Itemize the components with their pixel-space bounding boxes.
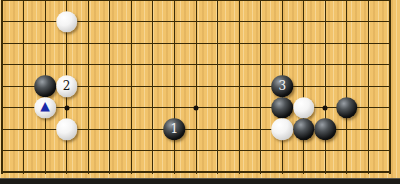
stone-white: 2 bbox=[56, 75, 78, 97]
grid-line-vertical bbox=[131, 0, 132, 174]
stone-black bbox=[336, 97, 358, 119]
diagram-bottom-border bbox=[0, 178, 400, 184]
grid-line-vertical bbox=[239, 0, 240, 174]
grid-line-vertical bbox=[88, 0, 89, 174]
stone-black bbox=[315, 119, 337, 141]
grid-line-vertical bbox=[368, 0, 369, 174]
grid-line-vertical bbox=[389, 0, 391, 174]
grid-line-vertical bbox=[346, 0, 347, 174]
go-board: 2▲13 bbox=[0, 0, 400, 178]
grid-line-horizontal bbox=[1, 171, 391, 173]
star-point bbox=[194, 105, 199, 110]
move-number-label: 3 bbox=[278, 80, 286, 92]
stone-black: 3 bbox=[271, 75, 293, 97]
grid-line-vertical bbox=[196, 0, 197, 174]
stone-white bbox=[271, 119, 293, 141]
grid-line-vertical bbox=[1, 0, 3, 174]
stone-black bbox=[271, 97, 293, 119]
star-point bbox=[64, 105, 69, 110]
grid-line-vertical bbox=[260, 0, 261, 174]
grid-line-vertical bbox=[109, 0, 110, 174]
stone-black bbox=[34, 75, 56, 97]
stone-white bbox=[293, 97, 315, 119]
stone-white bbox=[56, 11, 78, 33]
grid-line-vertical bbox=[23, 0, 24, 174]
grid-line-horizontal bbox=[1, 150, 391, 151]
grid-line-vertical bbox=[152, 0, 153, 174]
stone-black bbox=[293, 119, 315, 141]
move-number-label: 1 bbox=[171, 123, 179, 135]
move-number-label: 2 bbox=[63, 80, 71, 92]
triangle-marker-icon: ▲ bbox=[40, 101, 50, 114]
grid-line-vertical bbox=[217, 0, 218, 174]
grid-line-vertical bbox=[325, 0, 326, 174]
grid-line-vertical bbox=[174, 0, 175, 174]
grid-line-vertical bbox=[303, 0, 304, 174]
star-point bbox=[323, 105, 328, 110]
grid-line-horizontal bbox=[1, 0, 391, 1]
go-diagram: 2▲13 bbox=[0, 0, 400, 184]
grid-line-horizontal bbox=[1, 64, 391, 65]
stone-white: ▲ bbox=[34, 97, 56, 119]
stone-white bbox=[56, 119, 78, 141]
stone-black: 1 bbox=[164, 119, 186, 141]
grid-line-horizontal bbox=[1, 43, 391, 44]
